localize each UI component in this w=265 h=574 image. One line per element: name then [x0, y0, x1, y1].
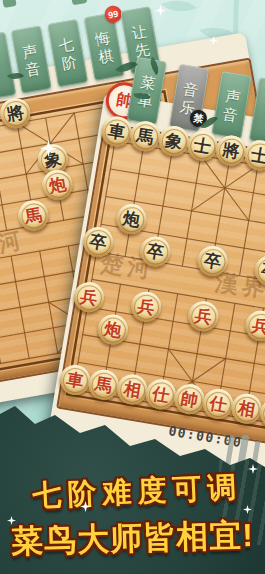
tab-label-char: 让: [130, 23, 147, 40]
tab-label-char: 棋: [97, 47, 114, 64]
tab-label-char: 悔: [94, 29, 111, 46]
piece-glyph: 將: [221, 141, 241, 161]
piece-glyph: 兵: [251, 316, 265, 336]
piece-glyph: 仕: [151, 385, 171, 405]
tab-label-char: 音: [221, 105, 238, 122]
app-screenshot: 楚河 声音七阶悔棋99让先 將象炮馬 楚河 漢界 帥 00:00:00 菜单音乐…: [0, 0, 265, 574]
tab-label-char: 阶: [61, 53, 78, 70]
piece-glyph: 將: [6, 103, 26, 123]
tab-label-char: 先: [133, 40, 150, 57]
piece-glyph: 卒: [146, 242, 166, 262]
tab-label-char: 菜: [140, 73, 157, 90]
tab-label-char: 声: [21, 42, 38, 59]
piece-glyph: 象: [43, 149, 63, 169]
piece-glyph: 帥: [180, 389, 200, 409]
piece-glyph: 炮: [48, 175, 68, 195]
tab-label-char: 七: [57, 36, 74, 53]
piece-glyph: 相: [237, 399, 257, 419]
piece-glyph: 炮: [103, 320, 123, 340]
piece-glyph: 車: [65, 370, 85, 390]
piece-glyph: 車: [107, 122, 127, 142]
piece-glyph: 士: [250, 146, 265, 166]
piece-glyph: 象: [164, 131, 184, 151]
piece-glyph: 兵: [136, 297, 156, 317]
piece-glyph: 相: [122, 380, 142, 400]
tab-label-char: 音: [182, 80, 199, 97]
tab-label-char: 声: [224, 88, 241, 105]
piece-glyph: 士: [193, 136, 213, 156]
piece-glyph: 馬: [24, 206, 44, 226]
piece-glyph: 炮: [122, 209, 142, 229]
piece-glyph: 卒: [260, 261, 265, 281]
piece-glyph: 馬: [94, 375, 114, 395]
piece-glyph: 馬: [135, 126, 155, 146]
caption-line-2: 菜鸟大师皆相宜!: [0, 514, 265, 565]
piece-glyph: 卒: [203, 251, 223, 271]
piece-glyph: 兵: [194, 307, 214, 327]
piece-glyph: 仕: [208, 394, 228, 414]
piece-glyph: 兵: [79, 287, 99, 307]
piece-glyph: 卒: [88, 232, 108, 252]
tab-label-char: 音: [24, 60, 41, 77]
